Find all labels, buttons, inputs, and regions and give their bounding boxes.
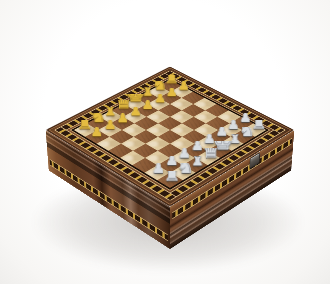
chess-set-product-photo: ♜♞♝♛♚♝♞♜♟♟♟♟♟♟♟♟♟♟♟♟♟♟♟♟♜♞♝♛♚♝♞♜ (0, 0, 330, 284)
piece-gold-pawn: ♟ (88, 127, 106, 145)
rook-icon: ♜ (163, 164, 180, 183)
chess-box: ♜♞♝♛♚♝♞♜♟♟♟♟♟♟♟♟♟♟♟♟♟♟♟♟♜♞♝♛♚♝♞♜ (46, 66, 295, 206)
pawn-icon: ♟ (90, 124, 103, 138)
